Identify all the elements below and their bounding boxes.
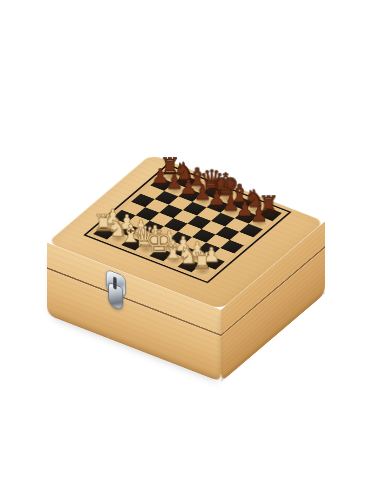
clasp-lever <box>108 282 123 312</box>
chess-board-grid: ♜♞♝♛♚♝♞♜♟♟♟♟♟♟♟♟♟♟♟♟♟♟♟♟♜♞♝♛♚♝♞♜ <box>93 169 282 277</box>
bamboo-box-lid: ♜♞♝♛♚♝♞♜♟♟♟♟♟♟♟♟♟♟♟♟♟♟♟♟♜♞♝♛♚♝♞♜ <box>47 154 325 310</box>
piece-white-rook: ♜ <box>185 250 217 273</box>
piece-dark-pawn: ♟ <box>243 204 275 224</box>
metal-clasp <box>103 268 126 313</box>
chess-board: ♜♞♝♛♚♝♞♜♟♟♟♟♟♟♟♟♟♟♟♟♟♟♟♟♜♞♝♛♚♝♞♜ <box>83 164 291 283</box>
clasp-plate <box>106 269 126 299</box>
board-square: ♟ <box>249 216 273 230</box>
product-photo: ♜♞♝♛♚♝♞♜♟♟♟♟♟♟♟♟♟♟♟♟♟♟♟♟♜♞♝♛♚♝♞♜ <box>0 0 380 494</box>
clasp-slot <box>113 276 116 290</box>
lid-seam-right <box>221 246 325 336</box>
board-square: ♜ <box>192 264 216 278</box>
